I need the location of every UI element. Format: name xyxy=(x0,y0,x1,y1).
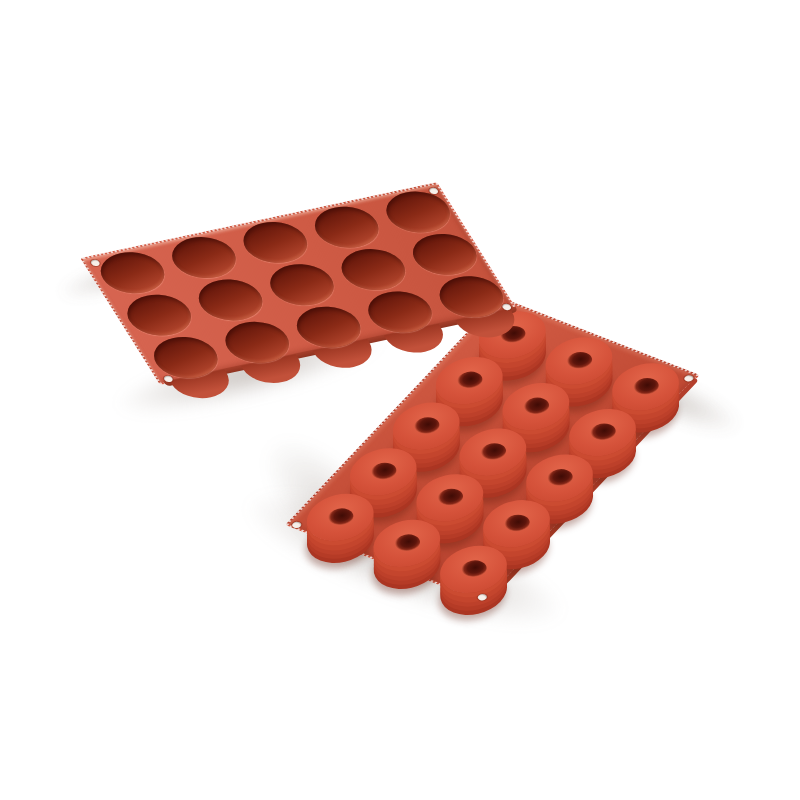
cavity xyxy=(376,186,459,237)
cavity xyxy=(305,202,388,253)
cavity xyxy=(331,244,414,295)
cavity xyxy=(403,229,486,280)
product-photo-scene xyxy=(0,0,800,800)
cavity xyxy=(90,247,173,298)
cavity xyxy=(162,232,245,283)
cavity xyxy=(233,217,316,268)
cavity xyxy=(117,289,200,340)
cavity xyxy=(260,259,343,310)
cavity xyxy=(188,274,271,325)
